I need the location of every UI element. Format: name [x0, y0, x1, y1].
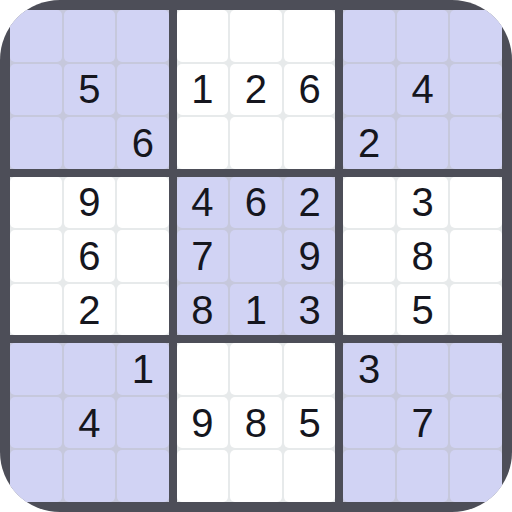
cell-r7c3[interactable]: 1: [117, 343, 169, 395]
cell-r8c7[interactable]: [343, 397, 395, 449]
cell-r3c5[interactable]: [230, 117, 282, 169]
box-2-3: 385: [343, 177, 502, 336]
cell-r5c2[interactable]: 6: [64, 230, 116, 282]
cell-r8c1[interactable]: [10, 397, 62, 449]
cell-r9c8[interactable]: [397, 450, 449, 502]
cell-r9c2[interactable]: [64, 450, 116, 502]
cell-r7c1[interactable]: [10, 343, 62, 395]
cell-r5c5[interactable]: [230, 230, 282, 282]
cell-r4c7[interactable]: [343, 177, 395, 229]
cell-r7c2[interactable]: [64, 343, 116, 395]
cell-r4c4[interactable]: 4: [177, 177, 229, 229]
box-3-3: 37: [343, 343, 502, 502]
cell-r8c2[interactable]: 4: [64, 397, 116, 449]
sudoku-screen: 5612642962462798133851498537: [0, 0, 512, 512]
cell-r9c9[interactable]: [450, 450, 502, 502]
cell-r4c5[interactable]: 6: [230, 177, 282, 229]
cell-r8c4[interactable]: 9: [177, 397, 229, 449]
box-2-1: 962: [10, 177, 169, 336]
cell-r1c9[interactable]: [450, 10, 502, 62]
box-2-2: 46279813: [177, 177, 336, 336]
cell-r4c1[interactable]: [10, 177, 62, 229]
cell-r7c4[interactable]: [177, 343, 229, 395]
box-1-2: 126: [177, 10, 336, 169]
cell-r2c9[interactable]: [450, 64, 502, 116]
cell-r4c9[interactable]: [450, 177, 502, 229]
cell-r2c5[interactable]: 2: [230, 64, 282, 116]
cell-r7c5[interactable]: [230, 343, 282, 395]
cell-r6c5[interactable]: 1: [230, 284, 282, 336]
cell-r5c4[interactable]: 7: [177, 230, 229, 282]
cell-r3c4[interactable]: [177, 117, 229, 169]
cell-r1c5[interactable]: [230, 10, 282, 62]
cell-r1c7[interactable]: [343, 10, 395, 62]
cell-r8c5[interactable]: 8: [230, 397, 282, 449]
sudoku-board: 5612642962462798133851498537: [0, 0, 512, 512]
cell-r7c8[interactable]: [397, 343, 449, 395]
cell-r2c1[interactable]: [10, 64, 62, 116]
cell-r2c4[interactable]: 1: [177, 64, 229, 116]
cell-r3c6[interactable]: [284, 117, 336, 169]
cell-r3c8[interactable]: [397, 117, 449, 169]
cell-r6c6[interactable]: 3: [284, 284, 336, 336]
cell-r5c3[interactable]: [117, 230, 169, 282]
cell-r1c3[interactable]: [117, 10, 169, 62]
box-1-3: 42: [343, 10, 502, 169]
cell-r2c3[interactable]: [117, 64, 169, 116]
cell-r5c6[interactable]: 9: [284, 230, 336, 282]
cell-r5c8[interactable]: 8: [397, 230, 449, 282]
box-3-1: 14: [10, 343, 169, 502]
cell-r1c8[interactable]: [397, 10, 449, 62]
cell-r6c9[interactable]: [450, 284, 502, 336]
cell-r8c3[interactable]: [117, 397, 169, 449]
cell-r9c3[interactable]: [117, 450, 169, 502]
cell-r4c8[interactable]: 3: [397, 177, 449, 229]
cell-r5c7[interactable]: [343, 230, 395, 282]
cell-r2c8[interactable]: 4: [397, 64, 449, 116]
cell-r2c2[interactable]: 5: [64, 64, 116, 116]
cell-r5c1[interactable]: [10, 230, 62, 282]
cell-r6c4[interactable]: 8: [177, 284, 229, 336]
cell-r6c1[interactable]: [10, 284, 62, 336]
cell-r8c9[interactable]: [450, 397, 502, 449]
box-3-2: 985: [177, 343, 336, 502]
cell-r1c1[interactable]: [10, 10, 62, 62]
cell-r9c1[interactable]: [10, 450, 62, 502]
box-1-1: 56: [10, 10, 169, 169]
cell-r1c2[interactable]: [64, 10, 116, 62]
cell-r7c9[interactable]: [450, 343, 502, 395]
cell-r9c4[interactable]: [177, 450, 229, 502]
cell-r6c2[interactable]: 2: [64, 284, 116, 336]
cell-r1c6[interactable]: [284, 10, 336, 62]
cell-r2c6[interactable]: 6: [284, 64, 336, 116]
cell-r4c2[interactable]: 9: [64, 177, 116, 229]
cell-r8c6[interactable]: 5: [284, 397, 336, 449]
cell-r3c1[interactable]: [10, 117, 62, 169]
cell-r7c6[interactable]: [284, 343, 336, 395]
cell-r9c5[interactable]: [230, 450, 282, 502]
cell-r9c7[interactable]: [343, 450, 395, 502]
cell-r4c6[interactable]: 2: [284, 177, 336, 229]
cell-r7c7[interactable]: 3: [343, 343, 395, 395]
cell-r6c8[interactable]: 5: [397, 284, 449, 336]
cell-r3c9[interactable]: [450, 117, 502, 169]
cell-r2c7[interactable]: [343, 64, 395, 116]
cell-r1c4[interactable]: [177, 10, 229, 62]
cell-r4c3[interactable]: [117, 177, 169, 229]
cell-r3c2[interactable]: [64, 117, 116, 169]
cell-r8c8[interactable]: 7: [397, 397, 449, 449]
cell-r3c3[interactable]: 6: [117, 117, 169, 169]
cell-r6c3[interactable]: [117, 284, 169, 336]
cell-r9c6[interactable]: [284, 450, 336, 502]
cell-r5c9[interactable]: [450, 230, 502, 282]
cell-r3c7[interactable]: 2: [343, 117, 395, 169]
cell-r6c7[interactable]: [343, 284, 395, 336]
